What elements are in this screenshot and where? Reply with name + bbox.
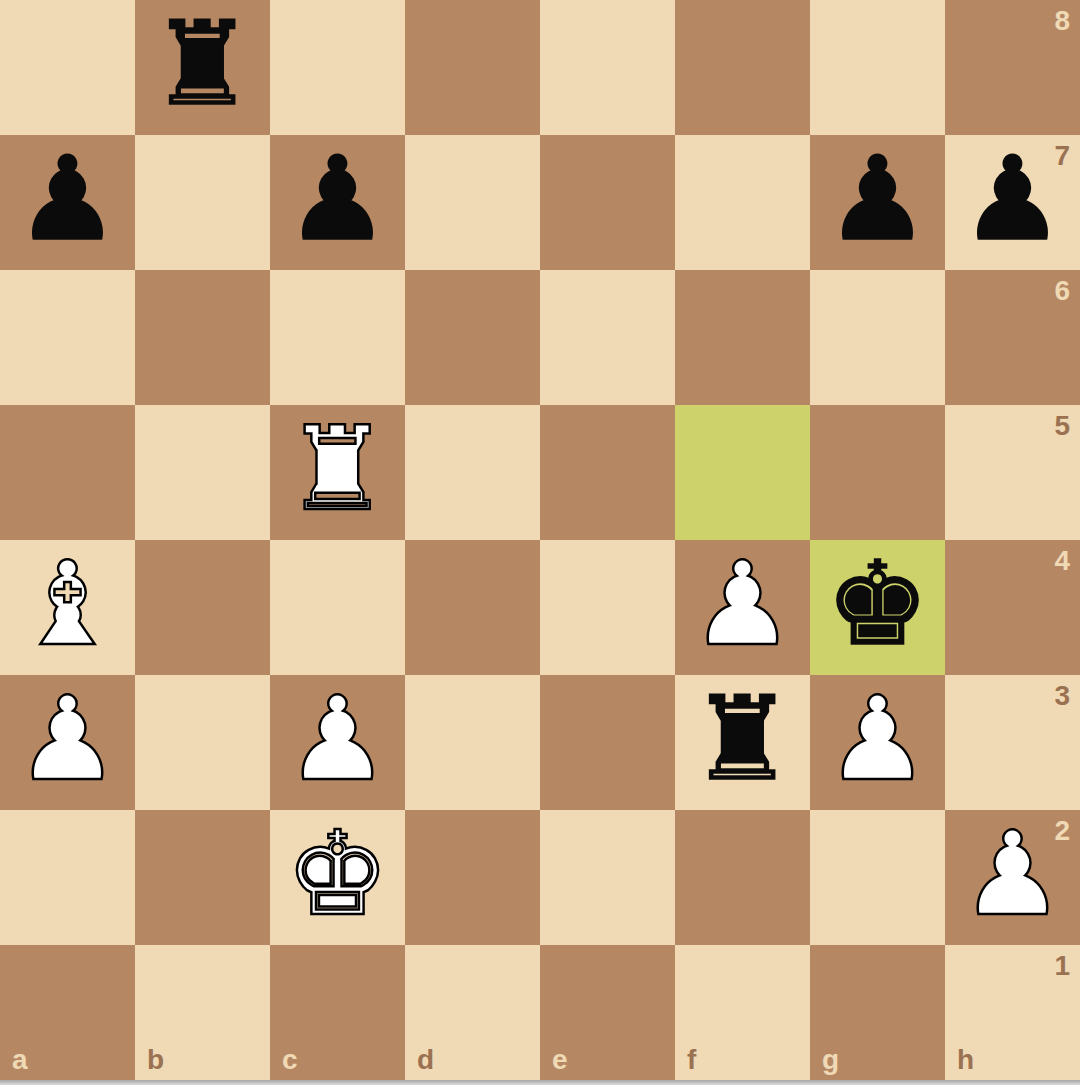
square-g4[interactable]: ♚ [810, 540, 945, 675]
square-f1[interactable]: f [675, 945, 810, 1080]
square-c2[interactable]: ♚ [270, 810, 405, 945]
coord-file-f: f [687, 1046, 696, 1074]
page-bottom-edge [0, 1080, 1080, 1085]
piece-black-pawn[interactable]: ♟ [961, 131, 1065, 266]
square-a8[interactable] [0, 0, 135, 135]
square-g8[interactable] [810, 0, 945, 135]
coord-file-b: b [147, 1046, 164, 1074]
coord-file-a: a [12, 1046, 28, 1074]
square-d6[interactable] [405, 270, 540, 405]
coord-file-c: c [282, 1046, 298, 1074]
coord-rank-3: 3 [1054, 682, 1070, 710]
square-e7[interactable] [540, 135, 675, 270]
square-a4[interactable]: ♝ [0, 540, 135, 675]
square-a1[interactable]: a [0, 945, 135, 1080]
piece-black-pawn[interactable]: ♟ [16, 131, 120, 266]
square-a6[interactable] [0, 270, 135, 405]
square-d8[interactable] [405, 0, 540, 135]
piece-black-king[interactable]: ♚ [826, 536, 930, 671]
square-b3[interactable] [135, 675, 270, 810]
square-g7[interactable]: ♟ [810, 135, 945, 270]
piece-white-king[interactable]: ♚ [286, 806, 390, 941]
square-f6[interactable] [675, 270, 810, 405]
coord-rank-1: 1 [1054, 952, 1070, 980]
piece-black-pawn[interactable]: ♟ [286, 131, 390, 266]
square-b1[interactable]: b [135, 945, 270, 1080]
square-h6[interactable]: 6 [945, 270, 1080, 405]
square-b2[interactable] [135, 810, 270, 945]
square-d7[interactable] [405, 135, 540, 270]
coord-rank-8: 8 [1054, 7, 1070, 35]
coord-file-e: e [552, 1046, 568, 1074]
square-h2[interactable]: ♟2 [945, 810, 1080, 945]
piece-white-pawn[interactable]: ♟ [286, 671, 390, 806]
coord-rank-4: 4 [1054, 547, 1070, 575]
square-d3[interactable] [405, 675, 540, 810]
coord-rank-7: 7 [1054, 142, 1070, 170]
square-f3[interactable]: ♜ [675, 675, 810, 810]
square-g6[interactable] [810, 270, 945, 405]
square-e4[interactable] [540, 540, 675, 675]
square-a7[interactable]: ♟ [0, 135, 135, 270]
square-e3[interactable] [540, 675, 675, 810]
square-h3[interactable]: 3 [945, 675, 1080, 810]
square-e5[interactable] [540, 405, 675, 540]
square-c7[interactable]: ♟ [270, 135, 405, 270]
square-c3[interactable]: ♟ [270, 675, 405, 810]
square-g1[interactable]: g [810, 945, 945, 1080]
square-h7[interactable]: ♟7 [945, 135, 1080, 270]
square-g5[interactable] [810, 405, 945, 540]
square-d2[interactable] [405, 810, 540, 945]
square-g2[interactable] [810, 810, 945, 945]
square-b4[interactable] [135, 540, 270, 675]
square-f4[interactable]: ♟ [675, 540, 810, 675]
coord-rank-2: 2 [1054, 817, 1070, 845]
square-e2[interactable] [540, 810, 675, 945]
square-b7[interactable] [135, 135, 270, 270]
piece-white-pawn[interactable]: ♟ [826, 671, 930, 806]
square-d4[interactable] [405, 540, 540, 675]
square-c8[interactable] [270, 0, 405, 135]
square-g3[interactable]: ♟ [810, 675, 945, 810]
square-e6[interactable] [540, 270, 675, 405]
square-h4[interactable]: 4 [945, 540, 1080, 675]
piece-white-bishop[interactable]: ♝ [16, 536, 120, 671]
square-f7[interactable] [675, 135, 810, 270]
chess-board: ♜8♟♟♟♟76♜5♝♟♚4♟♟♜♟3♚♟2abcdefg1h [0, 0, 1080, 1080]
square-f5[interactable] [675, 405, 810, 540]
square-a2[interactable] [0, 810, 135, 945]
coord-file-d: d [417, 1046, 434, 1074]
square-d1[interactable]: d [405, 945, 540, 1080]
piece-white-pawn[interactable]: ♟ [16, 671, 120, 806]
square-a5[interactable] [0, 405, 135, 540]
square-e8[interactable] [540, 0, 675, 135]
piece-black-rook[interactable]: ♜ [151, 0, 255, 131]
square-c4[interactable] [270, 540, 405, 675]
square-a3[interactable]: ♟ [0, 675, 135, 810]
square-h8[interactable]: 8 [945, 0, 1080, 135]
piece-white-pawn[interactable]: ♟ [961, 806, 1065, 941]
square-c1[interactable]: c [270, 945, 405, 1080]
square-c5[interactable]: ♜ [270, 405, 405, 540]
square-b6[interactable] [135, 270, 270, 405]
square-c6[interactable] [270, 270, 405, 405]
square-f2[interactable] [675, 810, 810, 945]
square-h5[interactable]: 5 [945, 405, 1080, 540]
square-f8[interactable] [675, 0, 810, 135]
piece-black-rook[interactable]: ♜ [691, 671, 795, 806]
coord-file-g: g [822, 1046, 839, 1074]
square-d5[interactable] [405, 405, 540, 540]
coord-rank-6: 6 [1054, 277, 1070, 305]
coord-file-h: h [957, 1046, 974, 1074]
piece-black-pawn[interactable]: ♟ [826, 131, 930, 266]
coord-rank-5: 5 [1054, 412, 1070, 440]
square-e1[interactable]: e [540, 945, 675, 1080]
square-b8[interactable]: ♜ [135, 0, 270, 135]
square-b5[interactable] [135, 405, 270, 540]
square-h1[interactable]: 1h [945, 945, 1080, 1080]
piece-white-rook[interactable]: ♜ [286, 401, 390, 536]
piece-white-pawn[interactable]: ♟ [691, 536, 795, 671]
